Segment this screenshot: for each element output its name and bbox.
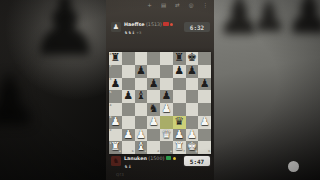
square-f3[interactable]: ♛ [173, 116, 186, 129]
file-label: e [170, 150, 172, 153]
square-g5[interactable] [186, 90, 199, 103]
square-h5[interactable] [198, 90, 211, 103]
white-bishop-c1[interactable]: ♝ [135, 141, 148, 154]
square-e7[interactable] [160, 65, 173, 78]
square-g6[interactable] [186, 78, 199, 91]
file-label: b [132, 150, 134, 153]
new-game-icon[interactable]: + [147, 2, 152, 9]
white-king-g1[interactable]: ♚ [186, 141, 199, 154]
square-e8[interactable] [160, 52, 173, 65]
square-d4[interactable]: ♞ [147, 103, 160, 116]
square-e3[interactable] [160, 116, 173, 129]
rank-label: 7 [110, 65, 112, 68]
black-bishop-c5[interactable]: ♝ [135, 90, 148, 103]
square-d2[interactable] [147, 129, 160, 142]
white-pawn-d3[interactable]: ♟ [147, 116, 160, 129]
black-rook-a8[interactable]: ♜ [109, 52, 122, 65]
chess-board: 8♜♜♚7♟♟♟6♟♟♟5♟♝♟4♞♟3♟♟♛♟2♟♟♛♟♟1a♜bc♝def♜… [109, 52, 211, 154]
square-c7[interactable]: ♟ [135, 65, 148, 78]
square-h1[interactable]: h [198, 141, 211, 154]
captured-piece-icon: ♝ [131, 30, 135, 35]
white-rook-f1[interactable]: ♜ [173, 141, 186, 154]
top-toolbar: +▤⇄◎⋮ [147, 2, 208, 9]
square-c5[interactable]: ♝ [135, 90, 148, 103]
blurred-pawn-icon: ♟ [284, 0, 320, 42]
square-d8[interactable] [147, 52, 160, 65]
bottom-player-name-line: Lanuken(1500) [124, 156, 176, 161]
square-c3[interactable] [135, 116, 148, 129]
square-b3[interactable] [122, 116, 135, 129]
black-pawn-a6[interactable]: ♟ [109, 78, 122, 91]
square-a7[interactable]: 7 [109, 65, 122, 78]
square-d7[interactable] [147, 65, 160, 78]
square-f5[interactable] [173, 90, 186, 103]
square-h6[interactable]: ♟ [198, 78, 211, 91]
move-list-text: Qf3 [116, 172, 124, 177]
material-advantage: +3 [136, 30, 142, 35]
blurred-pawn-icon: ♟ [250, 0, 288, 38]
white-rook-a1[interactable]: ♜ [109, 141, 122, 154]
square-c8[interactable] [135, 52, 148, 65]
bottom-player-flag-icon [166, 156, 172, 160]
bottom-player-rating: (1500) [148, 156, 164, 161]
flip-board-icon[interactable]: ⇄ [175, 2, 180, 9]
square-e1[interactable]: e [160, 141, 173, 154]
square-a1[interactable]: 1a♜ [109, 141, 122, 154]
square-e4[interactable]: ♟ [160, 103, 173, 116]
square-c4[interactable] [135, 103, 148, 116]
square-h7[interactable] [198, 65, 211, 78]
square-b4[interactable] [122, 103, 135, 116]
top-player-rating: (1513) [146, 22, 162, 27]
top-player-clock: 6:32 [184, 22, 210, 32]
bottom-player-flair-icon [173, 157, 176, 160]
square-a8[interactable]: 8♜ [109, 52, 122, 65]
black-pawn-d6[interactable]: ♟ [147, 78, 160, 91]
square-h3[interactable]: ♟ [198, 116, 211, 129]
black-king-g8[interactable]: ♚ [186, 52, 199, 65]
square-b5[interactable]: ♟ [122, 90, 135, 103]
blurred-pawn-icon: ♟ [28, 0, 102, 68]
square-a5[interactable]: 5 [109, 90, 122, 103]
captured-piece-icon: ♝ [128, 164, 132, 169]
square-c1[interactable]: c♝ [135, 141, 148, 154]
bottom-player-name: Lanuken [124, 156, 147, 161]
black-rook-f8[interactable]: ♜ [173, 52, 186, 65]
square-h4[interactable] [198, 103, 211, 116]
rank-label: 4 [110, 104, 112, 107]
chess-app-screen: +▤⇄◎⋮ ♟ Haeffse(1513) ♞♞♝+3 6:32 8♜♜♚7♟♟… [106, 0, 214, 180]
top-player-captured-tray: ♞♞♝+3 [124, 30, 141, 35]
bottom-player-avatar[interactable]: ♞ [111, 156, 121, 166]
square-h8[interactable] [198, 52, 211, 65]
white-pawn-a3[interactable]: ♟ [109, 116, 122, 129]
background-blur-left: ♟ ♟ [0, 0, 106, 180]
square-g7[interactable]: ♟ [186, 65, 199, 78]
file-label: h [208, 150, 210, 153]
white-pawn-e4[interactable]: ♟ [160, 103, 173, 116]
top-player-avatar[interactable]: ♟ [111, 22, 121, 32]
square-g4[interactable] [186, 103, 199, 116]
square-a6[interactable]: 6♟ [109, 78, 122, 91]
white-pawn-b2[interactable]: ♟ [122, 129, 135, 142]
square-f7[interactable]: ♟ [173, 65, 186, 78]
black-pawn-b5[interactable]: ♟ [122, 90, 135, 103]
square-d3[interactable]: ♟ [147, 116, 160, 129]
bottom-player-captured-tray: ♞♝ [124, 164, 131, 169]
square-a3[interactable]: 3♟ [109, 116, 122, 129]
square-f4[interactable] [173, 103, 186, 116]
square-b1[interactable]: b [122, 141, 135, 154]
black-queen-f3[interactable]: ♛ [173, 116, 186, 129]
top-player-flair-icon [170, 23, 173, 26]
square-d6[interactable]: ♟ [147, 78, 160, 91]
black-pawn-g7[interactable]: ♟ [186, 65, 199, 78]
square-g3[interactable] [186, 116, 199, 129]
white-pawn-h3[interactable]: ♟ [198, 116, 211, 129]
top-player-name: Haeffse [124, 22, 145, 27]
white-queen-e2[interactable]: ♛ [160, 129, 173, 142]
square-b2[interactable]: ♟ [122, 129, 135, 142]
rank-label: 2 [110, 129, 112, 132]
top-player-name-line: Haeffse(1513) [124, 22, 173, 27]
analysis-icon[interactable]: ◎ [189, 2, 194, 9]
background-blur-circle [288, 161, 299, 172]
square-f8[interactable]: ♜ [173, 52, 186, 65]
square-b7[interactable] [122, 65, 135, 78]
screenshot-stage: ♟ ♟ ♟ ♟ ♟ +▤⇄◎⋮ ♟ Haeffse(1513) ♞♞♝+3 6:… [0, 0, 320, 180]
square-f6[interactable] [173, 78, 186, 91]
square-a4[interactable]: 4 [109, 103, 122, 116]
top-player-row[interactable]: ♟ Haeffse(1513) ♞♞♝+3 6:32 [106, 22, 214, 36]
blurred-pawn-icon: ♟ [0, 66, 41, 136]
black-knight-d4[interactable]: ♞ [147, 103, 160, 116]
black-pawn-f7[interactable]: ♟ [173, 65, 186, 78]
top-player-flag-icon [163, 22, 169, 26]
bottom-player-clock: 5:47 [184, 156, 210, 166]
more-options-icon[interactable]: ⋮ [203, 2, 209, 9]
bottom-player-row[interactable]: ♞ Lanuken(1500) ♞♝ 5:47 [106, 156, 214, 170]
background-blur-right: ♟ ♟ ♟ [214, 0, 320, 180]
square-g8[interactable]: ♚ [186, 52, 199, 65]
square-g1[interactable]: g♚ [186, 141, 199, 154]
square-d1[interactable]: d [147, 141, 160, 154]
square-b8[interactable] [122, 52, 135, 65]
moves-list-icon[interactable]: ▤ [161, 2, 166, 9]
black-pawn-h6[interactable]: ♟ [198, 78, 211, 91]
square-f1[interactable]: f♜ [173, 141, 186, 154]
file-label: d [157, 150, 159, 153]
square-e2[interactable]: ♛ [160, 129, 173, 142]
square-h2[interactable] [198, 129, 211, 142]
black-pawn-c7[interactable]: ♟ [135, 65, 148, 78]
rank-label: 5 [110, 91, 112, 94]
